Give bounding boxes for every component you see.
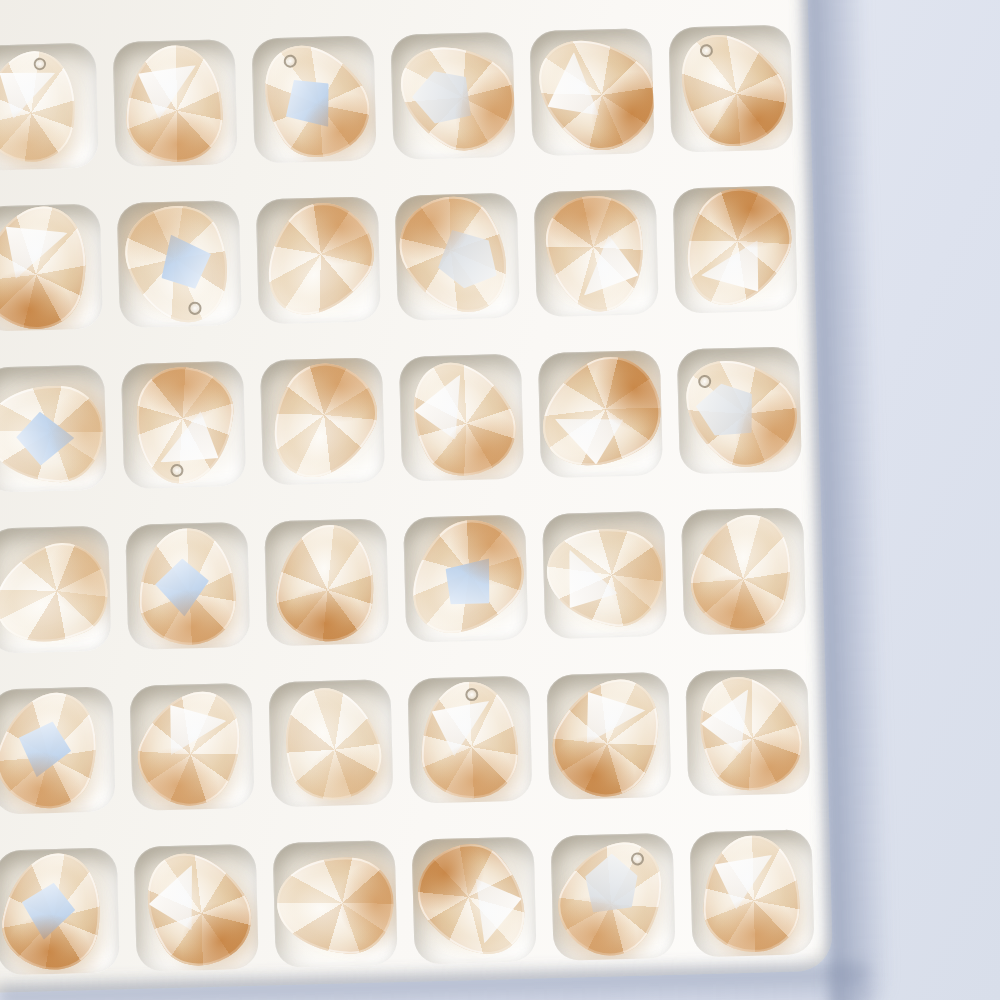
facet-highlight-white (431, 700, 489, 756)
tray-cell-r1c4 (390, 32, 515, 160)
tray-cell-r2c2 (117, 200, 242, 328)
facet-highlight-blue (430, 541, 511, 622)
crystal-facets (395, 193, 520, 321)
facet-highlight-white (555, 388, 636, 470)
tray-cell-r3c6 (677, 346, 802, 474)
pendant-hole (186, 299, 203, 316)
crystal-bead-r4c4 (403, 515, 528, 643)
facet-highlight-silver (406, 58, 486, 137)
crystal-bead-r2c3 (256, 196, 381, 324)
crystal-facets (668, 24, 793, 152)
pendant-hole (33, 56, 47, 70)
crystal-bead-r3c5 (538, 350, 663, 478)
facet-highlight-blue (15, 410, 76, 467)
crystal-facets (546, 672, 671, 800)
crystal-facets (0, 381, 105, 484)
crystal-bead-r5c3 (270, 679, 391, 807)
crystal-bead-r5c6 (685, 668, 810, 796)
facet-highlight-blue (15, 876, 80, 944)
crystal-facets (539, 189, 653, 317)
facet-highlight-silver (425, 216, 506, 299)
tray-cell-r3c5 (538, 350, 663, 478)
tray-cell-r3c4 (399, 354, 524, 482)
crystal-facets (0, 529, 111, 653)
crystal-bead-r6c2 (134, 844, 259, 972)
tray-cell-r5c2 (129, 683, 254, 811)
crystal-facets (0, 847, 113, 975)
tray-cell-r6c2 (134, 844, 259, 972)
crystal-bead-r5c4 (421, 681, 518, 798)
crystal-facets (125, 43, 226, 163)
crystal-facets (421, 681, 518, 798)
crystal-facets (529, 28, 654, 156)
photo-scene (0, 0, 1000, 1000)
tray-cell-r4c6 (681, 507, 806, 635)
crystal-bead-r2c4 (395, 193, 520, 321)
crystal-bead-r4c1 (0, 529, 111, 653)
facet-highlight-blue (155, 558, 209, 616)
crystal-bead-r6c6 (703, 834, 802, 952)
crystal-facets (542, 517, 667, 633)
tray-cell-r1c3 (251, 35, 376, 163)
tray-cell-r4c3 (264, 518, 389, 646)
facet-highlight-white (0, 62, 55, 124)
tray-cell-r4c5 (542, 511, 667, 639)
pendant-hole (629, 849, 647, 867)
facet-highlight-white (538, 51, 620, 134)
tray-cell-r6c3 (273, 840, 398, 968)
facet-highlight-silver (572, 847, 651, 927)
crystal-facets (538, 350, 663, 478)
crystal-facets (411, 836, 536, 964)
crystal-bead-r1c2 (125, 43, 226, 163)
crystal-facets (274, 853, 396, 956)
crystal-facets (703, 834, 802, 952)
crystal-facets (251, 35, 376, 163)
crystal-facets (685, 668, 810, 796)
facet-highlight-white (136, 62, 196, 120)
tray-cell-r4c2 (125, 522, 250, 650)
crystal-facets (681, 507, 806, 635)
pendant-hole (697, 41, 715, 59)
crystal-facets (117, 200, 242, 328)
crystal-facets (260, 357, 385, 485)
facet-highlight-silver (689, 371, 771, 452)
crystal-facets (399, 354, 524, 482)
crystal-bead-r4c5 (542, 517, 667, 633)
facet-highlight-white (713, 853, 772, 910)
crystal-bead-r6c4 (411, 836, 536, 964)
pendant-hole (465, 687, 478, 700)
tray-cell-r5c1 (0, 686, 116, 814)
tray-cell-r2c6 (673, 185, 798, 313)
facet-highlight-blue (272, 65, 349, 143)
facet-highlight-white (150, 694, 226, 770)
crystal-facets (270, 679, 391, 807)
crystal-bead-r2c5 (539, 189, 653, 317)
tray-cell-r6c6 (689, 829, 814, 957)
crystal-bead-r1c5 (529, 28, 654, 156)
facet-highlight-white (575, 231, 641, 295)
facet-highlight-blue (9, 712, 78, 784)
tray-cell-r6c1 (0, 847, 120, 975)
bead-tray (0, 0, 833, 993)
crystal-facets (134, 844, 259, 972)
crystal-bead-r5c2 (129, 683, 254, 811)
crystal-bead-r2c6 (673, 185, 798, 313)
crystal-bead-r3c1 (0, 381, 105, 484)
tray-cell-r3c1 (0, 365, 107, 493)
crystal-bead-r2c1 (0, 204, 103, 332)
facet-highlight-blue (148, 223, 221, 298)
crystal-facets (139, 528, 236, 645)
tray-cell-r5c5 (546, 672, 671, 800)
crystal-facets (256, 196, 381, 324)
crystal-facets (0, 204, 103, 332)
crystal-bead-r5c1 (0, 686, 113, 814)
crystal-bead-r1c1 (0, 43, 85, 168)
facet-highlight-white (143, 864, 221, 942)
tray-cell-r5c4 (407, 676, 532, 804)
facet-highlight-white (701, 224, 779, 301)
crystal-facets (271, 518, 383, 646)
tray-cell-r6c5 (550, 833, 675, 961)
crystal-bead-r5c5 (546, 672, 671, 800)
crystal-facets (390, 32, 515, 160)
tray-cell-r4c1 (0, 525, 111, 653)
facet-highlight-white (559, 549, 624, 616)
crystal-bead-r4c6 (681, 507, 806, 635)
tray-cell-r1c1 (0, 43, 99, 171)
facet-highlight-white (449, 864, 529, 944)
tray-cell-r1c6 (668, 24, 793, 152)
crystal-bead-r1c4 (390, 32, 515, 160)
crystal-bead-r6c5 (550, 833, 675, 961)
crystal-facets (0, 686, 113, 814)
pendant-hole (281, 52, 299, 70)
crystal-bead-r6c3 (274, 853, 396, 956)
facet-highlight-white (566, 681, 645, 760)
crystal-bead-r3c6 (677, 346, 802, 474)
crystal-bead-r4c3 (271, 518, 383, 646)
tray-cell-r2c5 (534, 189, 659, 317)
crystal-facets (677, 346, 802, 474)
tray-cell-r5c3 (268, 679, 393, 807)
tray-cell-r1c5 (529, 28, 654, 156)
facet-highlight-white (160, 407, 224, 469)
crystal-bead-r4c2 (139, 528, 236, 645)
crystal-bead-r3c2 (129, 362, 238, 488)
crystal-facets (403, 515, 528, 643)
pendant-hole (170, 463, 184, 477)
crystal-bead-r3c3 (260, 357, 385, 485)
crystal-bead-r6c1 (0, 847, 113, 975)
crystal-bead-r1c6 (668, 24, 793, 152)
tray-cell-r2c3 (256, 196, 381, 324)
tray-cell-r4c4 (403, 515, 528, 643)
crystal-bead-r3c4 (399, 354, 524, 482)
tray-cell-r5c6 (685, 668, 810, 796)
crystal-bead-r2c2 (117, 200, 242, 328)
crystal-bead-r1c3 (251, 35, 376, 163)
tray-cell-r2c1 (0, 204, 103, 332)
tray-cell-r2c4 (395, 193, 520, 321)
crystal-facets (0, 43, 85, 168)
crystal-facets (550, 833, 675, 961)
pendant-hole (695, 372, 713, 390)
tray-cell-r3c2 (121, 361, 246, 489)
tray-grid (0, 24, 815, 975)
crystal-facets (129, 683, 254, 811)
facet-highlight-white (696, 688, 772, 763)
tray-cell-r1c2 (113, 39, 238, 167)
tray-cell-r6c4 (411, 836, 536, 964)
facet-highlight-white (0, 215, 68, 289)
tray-cell-r3c3 (260, 357, 385, 485)
crystal-facets (673, 185, 798, 313)
facet-highlight-white (409, 374, 486, 450)
crystal-facets (129, 362, 238, 488)
